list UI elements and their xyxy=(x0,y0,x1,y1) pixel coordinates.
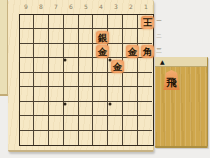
board-cell-4-6[interactable] xyxy=(93,87,108,101)
board-cell-8-5[interactable] xyxy=(34,73,49,87)
board-cell-8-2[interactable] xyxy=(34,29,49,43)
file-label: 1 xyxy=(139,1,154,12)
file-label: 9 xyxy=(19,1,34,12)
board-cell-1-5[interactable] xyxy=(138,73,153,87)
board-cell-7-1[interactable] xyxy=(49,15,64,29)
board-cell-5-2[interactable] xyxy=(79,29,94,43)
board-cell-2-5[interactable] xyxy=(123,73,138,87)
board-cell-1-8[interactable] xyxy=(138,116,153,130)
board-cell-2-4[interactable] xyxy=(123,58,138,72)
board-cell-7-7[interactable] xyxy=(49,102,64,116)
board-cell-7-6[interactable] xyxy=(49,87,64,101)
file-label: 3 xyxy=(109,1,124,12)
board-cell-2-6[interactable] xyxy=(123,87,138,101)
file-label: 6 xyxy=(64,1,79,12)
board-cell-1-7[interactable] xyxy=(138,102,153,116)
board-cell-3-5[interactable] xyxy=(108,73,123,87)
board-cell-2-2[interactable] xyxy=(123,29,138,43)
board-cell-3-9[interactable] xyxy=(108,131,123,145)
board-cell-8-8[interactable] xyxy=(34,116,49,130)
board-cell-6-1[interactable] xyxy=(64,15,79,29)
file-labels: 987654321 xyxy=(19,1,154,12)
board-cell-8-3[interactable] xyxy=(34,44,49,58)
board-cell-6-3[interactable] xyxy=(64,44,79,58)
sente-marker: ▲ xyxy=(160,57,165,67)
board-cell-8-9[interactable] xyxy=(34,131,49,145)
board-cell-7-8[interactable] xyxy=(49,116,64,130)
shogi-board-grid xyxy=(19,14,154,146)
hand-piece-rook[interactable]: 飛 xyxy=(163,70,180,90)
board-cell-7-4[interactable] xyxy=(49,58,64,72)
board-cell-5-8[interactable] xyxy=(79,116,94,130)
shogi-piece-silver-4二[interactable]: 銀 xyxy=(96,31,109,44)
board-cell-6-6[interactable] xyxy=(64,87,79,101)
board-cell-2-9[interactable] xyxy=(123,131,138,145)
board-cell-6-8[interactable] xyxy=(64,116,79,130)
board-cell-6-2[interactable] xyxy=(64,29,79,43)
board-cell-6-5[interactable] xyxy=(64,73,79,87)
shogi-piece-gold-4三[interactable]: 金 xyxy=(96,45,109,58)
board-cell-5-3[interactable] xyxy=(79,44,94,58)
board-cell-4-7[interactable] xyxy=(93,102,108,116)
board-cell-5-6[interactable] xyxy=(79,87,94,101)
board-cell-4-9[interactable] xyxy=(93,131,108,145)
shogi-piece-gold-3四[interactable]: 金 xyxy=(111,60,124,73)
board-cell-7-9[interactable] xyxy=(49,131,64,145)
board-cell-1-4[interactable] xyxy=(138,58,153,72)
board-cell-3-6[interactable] xyxy=(108,87,123,101)
board-cell-9-4[interactable] xyxy=(20,58,35,72)
board-cell-4-1[interactable] xyxy=(93,15,108,29)
shogi-piece-gold-2三[interactable]: 金 xyxy=(126,45,139,58)
file-label: 7 xyxy=(49,1,64,12)
board-cell-9-8[interactable] xyxy=(20,116,35,130)
board-cell-8-1[interactable] xyxy=(34,15,49,29)
board-cell-7-2[interactable] xyxy=(49,29,64,43)
komadai-hand-area: 飛 xyxy=(155,67,207,146)
shogi-piece-king-1一[interactable]: 王 xyxy=(141,16,154,29)
board-cell-9-5[interactable] xyxy=(20,73,35,87)
board-cell-8-4[interactable] xyxy=(34,58,49,72)
board-cell-5-4[interactable] xyxy=(79,58,94,72)
board-cell-5-9[interactable] xyxy=(79,131,94,145)
board-cell-9-2[interactable] xyxy=(20,29,35,43)
board-cell-3-2[interactable] xyxy=(108,29,123,43)
file-label: 4 xyxy=(94,1,109,12)
hoshi-dot xyxy=(64,102,67,105)
board-grid-wrap: 王銀金金角金 xyxy=(19,14,157,149)
board-cell-1-9[interactable] xyxy=(138,131,153,145)
board-cell-3-1[interactable] xyxy=(108,15,123,29)
board-cell-5-1[interactable] xyxy=(79,15,94,29)
board-cell-5-5[interactable] xyxy=(79,73,94,87)
board-cell-9-6[interactable] xyxy=(20,87,35,101)
sente-komadai: ▲ 飛 xyxy=(155,57,208,148)
rank-label: 二 xyxy=(156,29,163,44)
board-cell-2-1[interactable] xyxy=(123,15,138,29)
file-label: 5 xyxy=(79,1,94,12)
board-cell-9-1[interactable] xyxy=(20,15,35,29)
hoshi-dot xyxy=(64,58,67,61)
board-cell-3-3[interactable] xyxy=(108,44,123,58)
board-cell-6-9[interactable] xyxy=(64,131,79,145)
board-cell-5-7[interactable] xyxy=(79,102,94,116)
board-cell-1-6[interactable] xyxy=(138,87,153,101)
board-cell-9-9[interactable] xyxy=(20,131,35,145)
board-cell-4-5[interactable] xyxy=(93,73,108,87)
board-cell-2-8[interactable] xyxy=(123,116,138,130)
board-cell-7-3[interactable] xyxy=(49,44,64,58)
board-cell-7-5[interactable] xyxy=(49,73,64,87)
board-cell-8-7[interactable] xyxy=(34,102,49,116)
board-cell-4-8[interactable] xyxy=(93,116,108,130)
rank-label: 一 xyxy=(156,14,163,29)
gote-komadai-edge xyxy=(0,0,8,96)
komadai-header: ▲ xyxy=(155,57,207,67)
board-cell-3-8[interactable] xyxy=(108,116,123,130)
file-label: 8 xyxy=(34,1,49,12)
board-cell-8-6[interactable] xyxy=(34,87,49,101)
board-cell-4-4[interactable] xyxy=(93,58,108,72)
board-cell-1-2[interactable] xyxy=(138,29,153,43)
file-label: 2 xyxy=(124,1,139,12)
board-cell-9-7[interactable] xyxy=(20,102,35,116)
board-cell-2-7[interactable] xyxy=(123,102,138,116)
shogi-board: 987654321 王銀金金角金 一二三四五六七八九 xyxy=(8,0,154,152)
hoshi-dot xyxy=(109,102,112,105)
board-cell-9-3[interactable] xyxy=(20,44,35,58)
shogi-piece-bishop-1三[interactable]: 角 xyxy=(141,45,154,58)
